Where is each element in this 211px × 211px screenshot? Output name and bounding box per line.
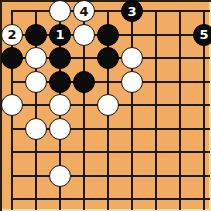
stone-black [1,47,23,69]
stone-white [1,94,23,116]
stone-white-move-4: 4 [73,0,95,22]
stone-black [97,24,119,46]
grid-line-horizontal [11,151,210,153]
stone-black [97,47,119,69]
stone-white [73,24,95,46]
stone-black-move-5: 5 [193,24,211,46]
stone-white [49,0,71,22]
grid-line-horizontal [11,10,210,12]
stone-black [73,71,95,93]
grid-line-vertical [131,10,133,210]
stone-white [25,118,47,140]
stone-black [25,24,47,46]
move-number-label: 5 [199,28,208,41]
board-frame-top [0,0,211,2]
stone-white [121,71,143,93]
move-number-label: 1 [55,28,64,41]
stone-white [25,71,47,93]
move-number-label: 2 [7,28,16,41]
stone-black-move-1: 1 [49,24,71,46]
stone-black [49,47,71,69]
grid-line-horizontal [11,175,210,177]
stone-white [121,47,143,69]
stone-white [25,47,47,69]
stone-white-move-2: 2 [1,24,23,46]
move-number-label: 4 [79,5,88,18]
stone-white [49,94,71,116]
grid-line-horizontal [11,198,210,200]
move-number-label: 3 [127,5,136,18]
grid-line-vertical [155,10,157,210]
stone-black [49,71,71,93]
stone-black-move-3: 3 [121,0,143,22]
stone-white [49,165,71,187]
stone-white [49,118,71,140]
go-board: 43215 [0,0,211,211]
stone-white [97,94,119,116]
grid-line-vertical [179,10,181,210]
